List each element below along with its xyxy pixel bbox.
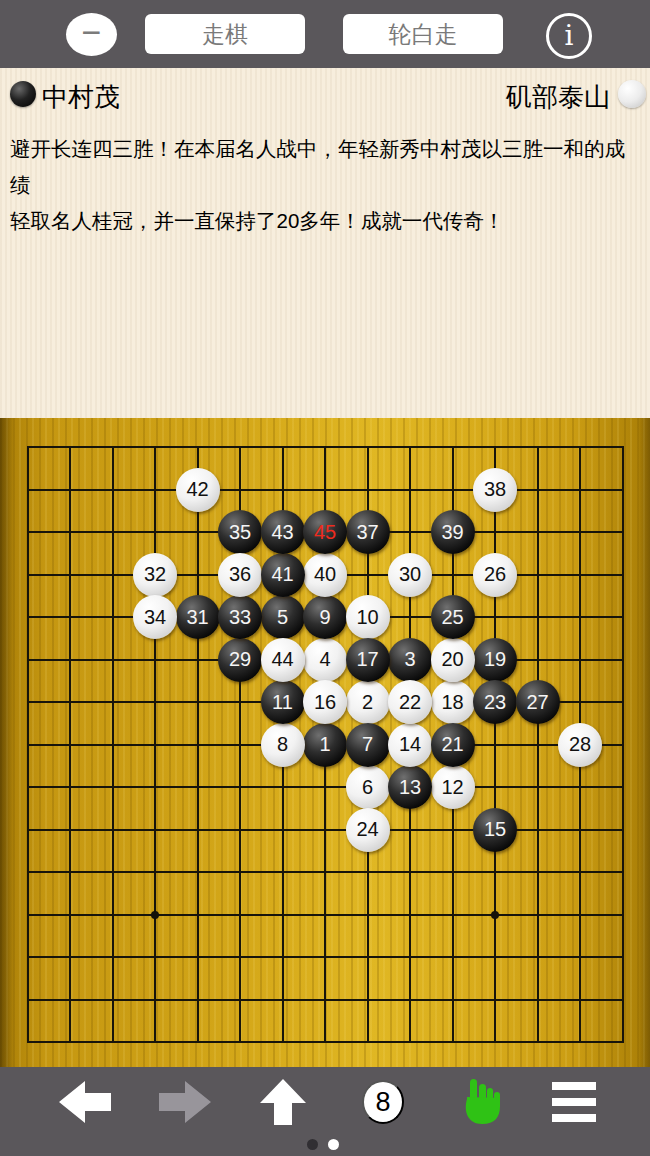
stone-black-13: 13 (388, 765, 432, 809)
stone-white-8: 8 (261, 723, 305, 767)
grid-line-v (494, 446, 496, 1043)
stone-black-21: 21 (431, 723, 475, 767)
up-arrow-icon (260, 1079, 306, 1125)
stone-black-3: 3 (388, 638, 432, 682)
white-player-name: 矶部泰山 (506, 80, 610, 115)
stone-black-27: 27 (516, 680, 560, 724)
top-bar: − 走棋 轮白走 i (0, 0, 650, 68)
stone-black-5: 5 (261, 595, 305, 639)
stone-black-45: 45 (303, 510, 347, 554)
stone-white-20: 20 (431, 638, 475, 682)
stone-black-31: 31 (176, 595, 220, 639)
stone-black-43: 43 (261, 510, 305, 554)
stone-white-34: 34 (133, 595, 177, 639)
turn-indicator-button[interactable]: 轮白走 (343, 14, 503, 54)
forward-arrow-icon (159, 1081, 211, 1123)
stone-black-19: 19 (473, 638, 517, 682)
grid-line-h (27, 956, 624, 958)
grid-line-h (27, 999, 624, 1001)
stone-white-16: 16 (303, 680, 347, 724)
white-stone-icon (618, 80, 646, 108)
game-description: 避开长连四三胜！在本届名人战中，年轻新秀中村茂以三胜一和的成绩 轻取名人桂冠，并… (10, 131, 642, 239)
move-count: 8 (375, 1087, 390, 1118)
grid-line-h (27, 786, 624, 788)
grid-line-h (27, 871, 624, 873)
forward-button[interactable] (159, 1081, 211, 1123)
stone-white-6: 6 (346, 765, 390, 809)
board[interactable]: 1234567891011121314151617181920212223242… (0, 418, 650, 1067)
stone-black-35: 35 (218, 510, 262, 554)
stone-white-18: 18 (431, 680, 475, 724)
stone-white-32: 32 (133, 553, 177, 597)
black-player-name: 中村茂 (42, 80, 120, 115)
description-line-1: 避开长连四三胜！在本届名人战中，年轻新秀中村茂以三胜一和的成绩 (10, 131, 642, 203)
page-dots[interactable] (303, 1139, 347, 1151)
player-bar: 中村茂 矶部泰山 (0, 68, 650, 122)
hand-button[interactable] (462, 1078, 504, 1125)
back-button[interactable] (59, 1081, 111, 1123)
minus-icon: − (82, 15, 102, 49)
back-arrow-icon (59, 1081, 111, 1123)
stone-black-25: 25 (431, 595, 475, 639)
stone-black-23: 23 (473, 680, 517, 724)
stone-white-10: 10 (346, 595, 390, 639)
menu-button[interactable] (552, 1082, 596, 1122)
stone-white-28: 28 (558, 723, 602, 767)
black-stone-icon (10, 81, 36, 107)
info-button[interactable]: i (546, 13, 592, 59)
grid-line-h (27, 829, 624, 831)
stone-black-37: 37 (346, 510, 390, 554)
stone-black-33: 33 (218, 595, 262, 639)
stone-black-1: 1 (303, 723, 347, 767)
stone-white-4: 4 (303, 638, 347, 682)
star-point (491, 911, 499, 919)
stone-white-12: 12 (431, 765, 475, 809)
stone-black-39: 39 (431, 510, 475, 554)
stone-black-17: 17 (346, 638, 390, 682)
page-dot-2 (328, 1139, 339, 1150)
stone-white-42: 42 (176, 468, 220, 512)
grid-line-v (622, 446, 624, 1043)
stone-white-38: 38 (473, 468, 517, 512)
app-screen: − 走棋 轮白走 i 中村茂 矶部泰山 避开长连四三胜！在本届名人战中，年轻新秀… (0, 0, 650, 1156)
stone-black-9: 9 (303, 595, 347, 639)
stone-black-15: 15 (473, 808, 517, 852)
stone-black-41: 41 (261, 553, 305, 597)
move-count-badge[interactable]: 8 (362, 1080, 404, 1124)
stone-black-29: 29 (218, 638, 262, 682)
stone-black-11: 11 (261, 680, 305, 724)
stone-white-44: 44 (261, 638, 305, 682)
star-point (151, 911, 159, 919)
grid-line-v (537, 446, 539, 1043)
stone-white-22: 22 (388, 680, 432, 724)
hamburger-menu-icon (552, 1082, 596, 1122)
bottom-bar: 8 (0, 1067, 650, 1156)
page-dot-1 (307, 1139, 318, 1150)
stone-white-24: 24 (346, 808, 390, 852)
stone-white-26: 26 (473, 553, 517, 597)
hand-down-icon (462, 1078, 504, 1125)
move-button[interactable]: 走棋 (145, 14, 305, 54)
description-line-2: 轻取名人桂冠，并一直保持了20多年！成就一代传奇！ (10, 203, 642, 239)
stone-white-14: 14 (388, 723, 432, 767)
grid-line-h (27, 914, 624, 916)
stone-white-2: 2 (346, 680, 390, 724)
grid-line-h (27, 1041, 624, 1043)
stone-white-36: 36 (218, 553, 262, 597)
info-icon: i (565, 22, 574, 50)
stone-white-40: 40 (303, 553, 347, 597)
minimize-button[interactable]: − (66, 13, 117, 56)
stone-white-30: 30 (388, 553, 432, 597)
stone-black-7: 7 (346, 723, 390, 767)
up-button[interactable] (260, 1079, 306, 1125)
